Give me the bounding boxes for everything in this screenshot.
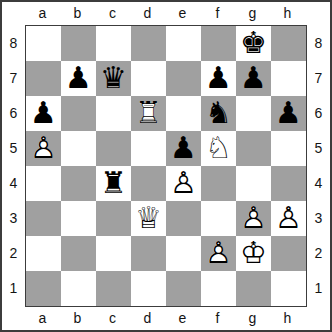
square-f4[interactable] <box>201 166 236 201</box>
square-h3[interactable]: ♟♙ <box>271 201 306 236</box>
piece-outline-layer: ♙ <box>166 166 201 201</box>
square-h7[interactable] <box>271 61 306 96</box>
piece-white-pawn: ♟♙ <box>271 201 306 236</box>
file-label-b: b <box>60 307 95 330</box>
square-b7[interactable]: ♟ <box>61 61 96 96</box>
square-c5[interactable] <box>96 131 131 166</box>
piece-black-knight: ♞ <box>201 96 236 131</box>
piece-black-pawn: ♟ <box>271 96 306 131</box>
rank-label-2: 2 <box>2 236 25 271</box>
file-label-f: f <box>200 2 235 25</box>
piece-solid-layer: ♚ <box>236 26 271 61</box>
file-labels-bottom: abcdefgh <box>2 307 330 330</box>
piece-black-pawn: ♟ <box>236 61 271 96</box>
square-g5[interactable] <box>236 131 271 166</box>
piece-solid-layer: ♜ <box>96 166 131 201</box>
rank-labels-left: 87654321 <box>2 25 25 307</box>
square-a4[interactable] <box>26 166 61 201</box>
rank-label-4: 4 <box>307 166 330 201</box>
piece-black-pawn: ♟ <box>61 61 96 96</box>
piece-outline-layer: ♙ <box>26 131 61 166</box>
square-a1[interactable] <box>26 271 61 306</box>
square-e1[interactable] <box>166 271 201 306</box>
rank-label-7: 7 <box>307 61 330 96</box>
file-label-d: d <box>130 2 165 25</box>
square-e5[interactable]: ♟ <box>166 131 201 166</box>
piece-white-king: ♚♔ <box>236 236 271 271</box>
square-a7[interactable] <box>26 61 61 96</box>
square-d8[interactable] <box>131 26 166 61</box>
square-h1[interactable] <box>271 271 306 306</box>
rank-label-4: 4 <box>2 166 25 201</box>
piece-black-rook: ♜ <box>96 166 131 201</box>
file-label-e: e <box>165 2 200 25</box>
piece-outline-layer: ♖ <box>131 96 166 131</box>
corner-bottom-right <box>305 307 328 330</box>
square-c2[interactable] <box>96 236 131 271</box>
file-labels-top: abcdefgh <box>2 2 330 25</box>
square-g8[interactable]: ♚ <box>236 26 271 61</box>
piece-outline-layer: ♔ <box>236 236 271 271</box>
file-label-a: a <box>25 2 60 25</box>
piece-black-pawn: ♟ <box>201 61 236 96</box>
piece-black-king: ♚ <box>236 26 271 61</box>
chess-diagram: abcdefgh 87654321 ♚♟♛♟♟♟♜♖♞♟♟♙♟♞♘♜♟♙♛♕♟♙… <box>0 0 332 332</box>
rank-label-5: 5 <box>307 131 330 166</box>
piece-outline-layer: ♙ <box>201 236 236 271</box>
file-label-g: g <box>235 307 270 330</box>
square-e3[interactable] <box>166 201 201 236</box>
square-h5[interactable] <box>271 131 306 166</box>
rank-label-3: 3 <box>307 201 330 236</box>
square-a8[interactable] <box>26 26 61 61</box>
square-c3[interactable] <box>96 201 131 236</box>
piece-white-queen: ♛♕ <box>131 201 166 236</box>
piece-solid-layer: ♟ <box>26 96 61 131</box>
corner-top-left <box>2 2 25 25</box>
square-g4[interactable] <box>236 166 271 201</box>
square-e2[interactable] <box>166 236 201 271</box>
square-f3[interactable] <box>201 201 236 236</box>
square-e4[interactable]: ♟♙ <box>166 166 201 201</box>
rank-label-7: 7 <box>2 61 25 96</box>
square-d5[interactable] <box>131 131 166 166</box>
square-h2[interactable] <box>271 236 306 271</box>
square-d6[interactable]: ♜♖ <box>131 96 166 131</box>
rank-label-6: 6 <box>307 96 330 131</box>
square-f5[interactable]: ♞♘ <box>201 131 236 166</box>
piece-white-knight: ♞♘ <box>201 131 236 166</box>
square-b2[interactable] <box>61 236 96 271</box>
piece-solid-layer: ♟ <box>201 61 236 96</box>
piece-black-queen: ♛ <box>96 61 131 96</box>
rank-label-1: 1 <box>2 271 25 306</box>
file-label-f: f <box>200 307 235 330</box>
square-f7[interactable]: ♟ <box>201 61 236 96</box>
square-g3[interactable]: ♟♙ <box>236 201 271 236</box>
rank-label-2: 2 <box>307 236 330 271</box>
corner-top-right <box>305 2 328 25</box>
rank-label-6: 6 <box>2 96 25 131</box>
piece-outline-layer: ♙ <box>271 201 306 236</box>
piece-white-pawn: ♟♙ <box>236 201 271 236</box>
piece-white-pawn: ♟♙ <box>201 236 236 271</box>
square-g2[interactable]: ♚♔ <box>236 236 271 271</box>
square-d2[interactable] <box>131 236 166 271</box>
square-a6[interactable]: ♟ <box>26 96 61 131</box>
square-h6[interactable]: ♟ <box>271 96 306 131</box>
square-a2[interactable] <box>26 236 61 271</box>
piece-outline-layer: ♙ <box>236 201 271 236</box>
piece-solid-layer: ♛ <box>96 61 131 96</box>
square-h4[interactable] <box>271 166 306 201</box>
rank-label-3: 3 <box>2 201 25 236</box>
square-g6[interactable] <box>236 96 271 131</box>
square-b1[interactable] <box>61 271 96 306</box>
square-b6[interactable] <box>61 96 96 131</box>
piece-white-pawn: ♟♙ <box>166 166 201 201</box>
file-label-h: h <box>270 2 305 25</box>
square-e6[interactable] <box>166 96 201 131</box>
square-d7[interactable] <box>131 61 166 96</box>
square-b4[interactable] <box>61 166 96 201</box>
piece-solid-layer: ♟ <box>236 61 271 96</box>
square-f6[interactable]: ♞ <box>201 96 236 131</box>
rank-label-5: 5 <box>2 131 25 166</box>
square-b8[interactable] <box>61 26 96 61</box>
square-c1[interactable] <box>96 271 131 306</box>
piece-outline-layer: ♘ <box>201 131 236 166</box>
square-c4[interactable]: ♜ <box>96 166 131 201</box>
piece-black-pawn: ♟ <box>26 96 61 131</box>
square-f8[interactable] <box>201 26 236 61</box>
piece-black-pawn: ♟ <box>166 131 201 166</box>
rank-label-8: 8 <box>307 26 330 61</box>
file-label-b: b <box>60 2 95 25</box>
file-label-a: a <box>25 307 60 330</box>
piece-white-rook: ♜♖ <box>131 96 166 131</box>
board-middle-band: 87654321 ♚♟♛♟♟♟♜♖♞♟♟♙♟♞♘♜♟♙♛♕♟♙♟♙♟♙♚♔ 87… <box>2 25 330 307</box>
file-label-c: c <box>95 2 130 25</box>
corner-bottom-left <box>2 307 25 330</box>
file-label-g: g <box>235 2 270 25</box>
file-label-h: h <box>270 307 305 330</box>
piece-solid-layer: ♟ <box>166 131 201 166</box>
square-g7[interactable]: ♟ <box>236 61 271 96</box>
piece-outline-layer: ♕ <box>131 201 166 236</box>
square-d4[interactable] <box>131 166 166 201</box>
square-e7[interactable] <box>166 61 201 96</box>
file-label-d: d <box>130 307 165 330</box>
square-a5[interactable]: ♟♙ <box>26 131 61 166</box>
square-a3[interactable] <box>26 201 61 236</box>
square-f2[interactable]: ♟♙ <box>201 236 236 271</box>
piece-solid-layer: ♟ <box>61 61 96 96</box>
square-b5[interactable] <box>61 131 96 166</box>
square-c8[interactable] <box>96 26 131 61</box>
square-c7[interactable]: ♛ <box>96 61 131 96</box>
square-e8[interactable] <box>166 26 201 61</box>
rank-label-1: 1 <box>307 271 330 306</box>
file-label-e: e <box>165 307 200 330</box>
square-h8[interactable] <box>271 26 306 61</box>
piece-solid-layer: ♞ <box>201 96 236 131</box>
square-c6[interactable] <box>96 96 131 131</box>
chess-board: ♚♟♛♟♟♟♜♖♞♟♟♙♟♞♘♜♟♙♛♕♟♙♟♙♟♙♚♔ <box>25 25 307 307</box>
square-g1[interactable] <box>236 271 271 306</box>
piece-solid-layer: ♟ <box>271 96 306 131</box>
rank-labels-right: 87654321 <box>307 25 330 307</box>
square-b3[interactable] <box>61 201 96 236</box>
square-f1[interactable] <box>201 271 236 306</box>
rank-label-8: 8 <box>2 26 25 61</box>
square-d1[interactable] <box>131 271 166 306</box>
file-label-c: c <box>95 307 130 330</box>
piece-white-pawn: ♟♙ <box>26 131 61 166</box>
square-d3[interactable]: ♛♕ <box>131 201 166 236</box>
